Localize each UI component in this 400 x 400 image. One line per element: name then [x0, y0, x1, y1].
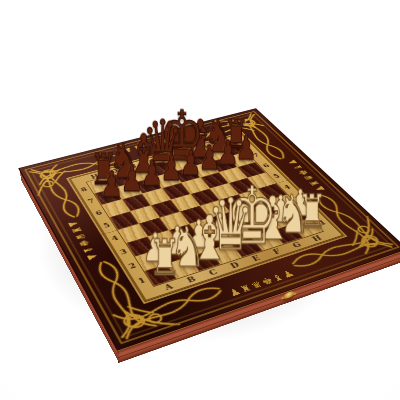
photo-stage: ♟♜♛♚♝♟ ♟♜♛♚♝♟ ♟♜♛♚♝♟ ♟♜♛♚♝♟ ♜♞♝♛♚♝♞♜♟♟♟♟… [0, 0, 400, 400]
piece-black-pawn-d7[interactable]: ♟ [160, 152, 182, 185]
piece-black-pawn-c7[interactable]: ♟ [141, 157, 164, 190]
piece-black-pawn-e7[interactable]: ♟ [179, 147, 201, 180]
piece-black-pawn-a7[interactable]: ♟ [100, 168, 123, 202]
chess-box: ♟♜♛♚♝♟ ♟♜♛♚♝♟ ♟♜♛♚♝♟ ♟♜♛♚♝♟ ♜♞♝♛♚♝♞♜♟♟♟♟… [19, 109, 400, 350]
brass-latch-icon [284, 290, 295, 300]
piece-black-pawn-b7[interactable]: ♟ [120, 162, 143, 196]
piece-white-rook-a1[interactable]: ♜ [149, 234, 181, 281]
